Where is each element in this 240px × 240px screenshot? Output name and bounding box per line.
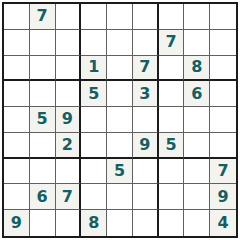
cell-r2c7[interactable]: 7 bbox=[159, 30, 185, 56]
cell-r4c5[interactable] bbox=[107, 81, 133, 107]
cell-r2c4[interactable] bbox=[81, 30, 107, 56]
cell-r1c2[interactable]: 7 bbox=[30, 4, 56, 30]
cell-r6c6[interactable]: 9 bbox=[133, 133, 159, 159]
cell-r2c5[interactable] bbox=[107, 30, 133, 56]
cell-r8c6[interactable] bbox=[133, 184, 159, 210]
cell-r6c7[interactable]: 5 bbox=[159, 133, 185, 159]
cell-r4c4[interactable]: 5 bbox=[81, 81, 107, 107]
cell-r2c8[interactable] bbox=[184, 30, 210, 56]
cell-r8c4[interactable] bbox=[81, 184, 107, 210]
cell-r4c3[interactable] bbox=[56, 81, 82, 107]
cell-r5c6[interactable] bbox=[133, 107, 159, 133]
cell-r9c9[interactable]: 4 bbox=[210, 210, 236, 236]
cell-r9c3[interactable] bbox=[56, 210, 82, 236]
cell-r4c1[interactable] bbox=[4, 81, 30, 107]
cell-r1c9[interactable] bbox=[210, 4, 236, 30]
sudoku-board: 771785365929557679984 bbox=[2, 2, 238, 238]
cell-r7c7[interactable] bbox=[159, 159, 185, 185]
cell-r6c4[interactable] bbox=[81, 133, 107, 159]
cell-r7c8[interactable] bbox=[184, 159, 210, 185]
cell-r9c7[interactable] bbox=[159, 210, 185, 236]
cell-r9c2[interactable] bbox=[30, 210, 56, 236]
cell-r6c9[interactable] bbox=[210, 133, 236, 159]
cell-r7c3[interactable] bbox=[56, 159, 82, 185]
cell-r8c1[interactable] bbox=[4, 184, 30, 210]
cell-r7c1[interactable] bbox=[4, 159, 30, 185]
cell-r3c9[interactable] bbox=[210, 56, 236, 82]
cell-r8c9[interactable]: 9 bbox=[210, 184, 236, 210]
cell-r9c1[interactable]: 9 bbox=[4, 210, 30, 236]
cell-r9c4[interactable]: 8 bbox=[81, 210, 107, 236]
cell-r6c2[interactable] bbox=[30, 133, 56, 159]
cell-r3c1[interactable] bbox=[4, 56, 30, 82]
cell-r8c2[interactable]: 6 bbox=[30, 184, 56, 210]
cell-r1c3[interactable] bbox=[56, 4, 82, 30]
cell-r9c6[interactable] bbox=[133, 210, 159, 236]
cell-r1c1[interactable] bbox=[4, 4, 30, 30]
cell-r3c2[interactable] bbox=[30, 56, 56, 82]
cell-r6c5[interactable] bbox=[107, 133, 133, 159]
cell-r5c4[interactable] bbox=[81, 107, 107, 133]
cell-r8c8[interactable] bbox=[184, 184, 210, 210]
cell-r5c2[interactable]: 5 bbox=[30, 107, 56, 133]
cell-r8c7[interactable] bbox=[159, 184, 185, 210]
cell-r3c4[interactable]: 1 bbox=[81, 56, 107, 82]
cell-r2c2[interactable] bbox=[30, 30, 56, 56]
cell-r4c9[interactable] bbox=[210, 81, 236, 107]
cell-r2c6[interactable] bbox=[133, 30, 159, 56]
cell-r1c8[interactable] bbox=[184, 4, 210, 30]
cell-r9c5[interactable] bbox=[107, 210, 133, 236]
cell-r5c8[interactable] bbox=[184, 107, 210, 133]
cell-r1c4[interactable] bbox=[81, 4, 107, 30]
cell-r7c5[interactable]: 5 bbox=[107, 159, 133, 185]
cell-r6c8[interactable] bbox=[184, 133, 210, 159]
cell-r1c7[interactable] bbox=[159, 4, 185, 30]
cell-r9c8[interactable] bbox=[184, 210, 210, 236]
cell-r7c9[interactable]: 7 bbox=[210, 159, 236, 185]
cell-r4c2[interactable] bbox=[30, 81, 56, 107]
cell-r5c1[interactable] bbox=[4, 107, 30, 133]
cell-r4c6[interactable]: 3 bbox=[133, 81, 159, 107]
cell-r2c1[interactable] bbox=[4, 30, 30, 56]
cell-r3c8[interactable]: 8 bbox=[184, 56, 210, 82]
cell-r8c3[interactable]: 7 bbox=[56, 184, 82, 210]
cell-r5c7[interactable] bbox=[159, 107, 185, 133]
cell-r6c1[interactable] bbox=[4, 133, 30, 159]
sudoku-page: 771785365929557679984 bbox=[0, 0, 240, 240]
cell-r4c7[interactable] bbox=[159, 81, 185, 107]
cell-r6c3[interactable]: 2 bbox=[56, 133, 82, 159]
cell-r2c3[interactable] bbox=[56, 30, 82, 56]
cell-r7c2[interactable] bbox=[30, 159, 56, 185]
cell-r7c4[interactable] bbox=[81, 159, 107, 185]
cell-r7c6[interactable] bbox=[133, 159, 159, 185]
cell-r1c5[interactable] bbox=[107, 4, 133, 30]
cell-r4c8[interactable]: 6 bbox=[184, 81, 210, 107]
cell-r5c3[interactable]: 9 bbox=[56, 107, 82, 133]
cell-r5c5[interactable] bbox=[107, 107, 133, 133]
cell-r3c7[interactable] bbox=[159, 56, 185, 82]
cell-r2c9[interactable] bbox=[210, 30, 236, 56]
cell-r1c6[interactable] bbox=[133, 4, 159, 30]
cell-r3c6[interactable]: 7 bbox=[133, 56, 159, 82]
cell-r5c9[interactable] bbox=[210, 107, 236, 133]
cell-r3c5[interactable] bbox=[107, 56, 133, 82]
cell-r8c5[interactable] bbox=[107, 184, 133, 210]
cell-r3c3[interactable] bbox=[56, 56, 82, 82]
